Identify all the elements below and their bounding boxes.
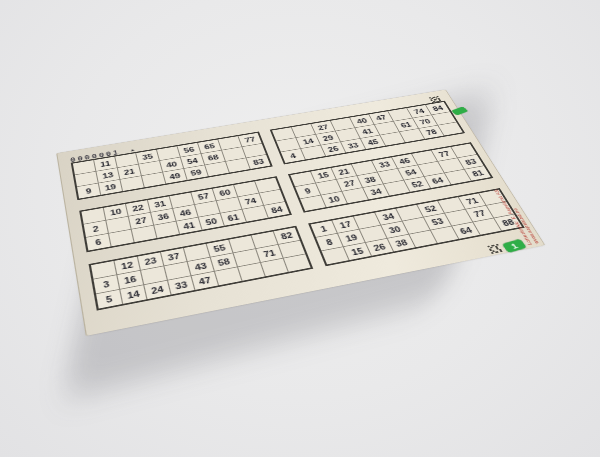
green-sticker: 1 (501, 238, 526, 252)
bingo-cell: 6 (86, 234, 110, 251)
bingo-cell (154, 222, 179, 238)
bingo-cell (284, 254, 311, 271)
bingo-cell: 33 (168, 276, 194, 294)
bingo-cell: 5 (96, 290, 122, 309)
corner-cluster: 1 (486, 237, 528, 257)
bingo-cell (132, 226, 157, 242)
bingo-cell: 14 (120, 285, 146, 304)
product-photo-scene: 0000001 ▲ ▲ ▲ 11355665771321405468919495… (0, 0, 600, 457)
pixel-grid-logo-icon (486, 242, 504, 257)
bingo-cell: 84 (264, 202, 289, 218)
bingo-cell (261, 259, 288, 277)
bingo-cell: 61 (221, 210, 246, 226)
bingo-cell: 41 (177, 218, 202, 234)
bingo-cell: 50 (199, 214, 224, 230)
bingo-cell (243, 206, 268, 222)
bingo-cell (215, 267, 241, 285)
bingo-cell (238, 263, 265, 281)
bingo-cell (109, 230, 134, 247)
paper-stack-layers (57, 90, 445, 154)
bingo-cell: 47 (192, 272, 218, 290)
bingo-cell: 24 (144, 281, 170, 299)
